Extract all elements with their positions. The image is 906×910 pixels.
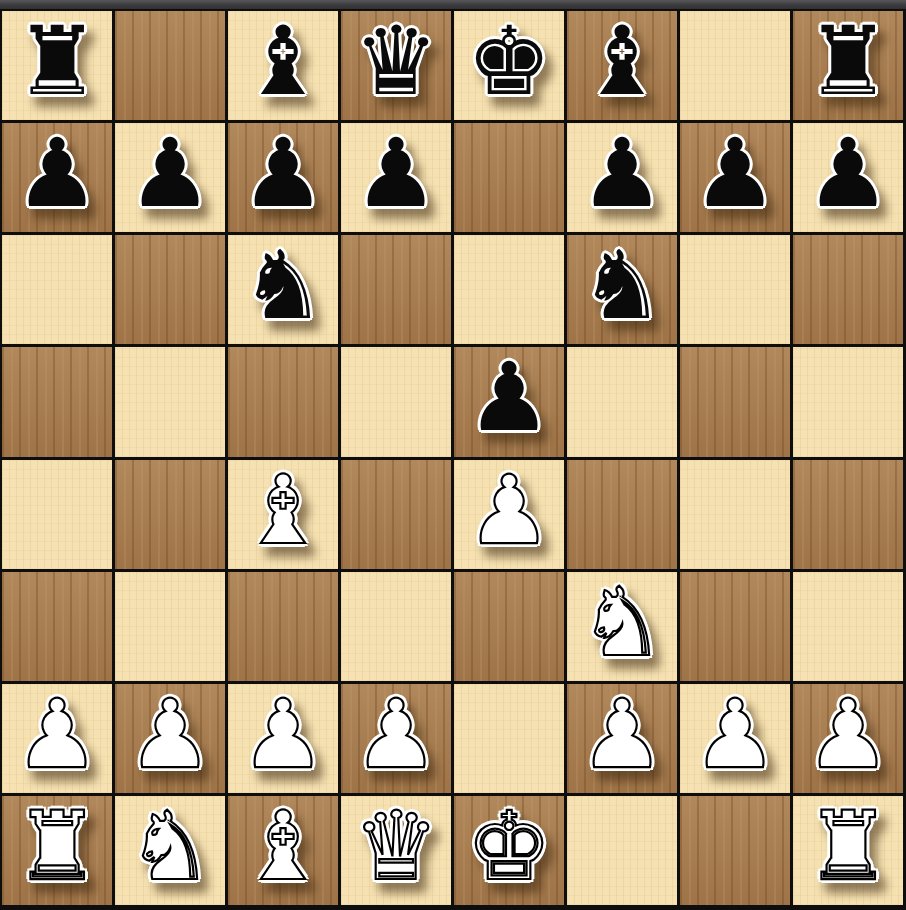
square-a8[interactable]: ♜ [2,11,112,120]
square-d8[interactable]: ♛ [341,11,451,120]
square-e3[interactable] [454,572,564,681]
white-knight[interactable]: ♞ [127,799,212,894]
black-rook[interactable]: ♜ [805,14,890,109]
square-d7[interactable]: ♟ [341,123,451,232]
square-a3[interactable] [2,572,112,681]
black-pawn[interactable]: ♟ [14,126,99,221]
square-e7[interactable] [454,123,564,232]
white-rook[interactable]: ♜ [805,799,890,894]
square-c8[interactable]: ♝ [228,11,338,120]
square-h6[interactable] [793,235,903,344]
square-f8[interactable]: ♝ [567,11,677,120]
square-h8[interactable]: ♜ [793,11,903,120]
square-g1[interactable] [680,796,790,905]
square-f2[interactable]: ♟ [567,684,677,793]
square-c6[interactable]: ♞ [228,235,338,344]
square-h3[interactable] [793,572,903,681]
square-b8[interactable] [115,11,225,120]
square-g8[interactable] [680,11,790,120]
square-a1[interactable]: ♜ [2,796,112,905]
square-e8[interactable]: ♚ [454,11,564,120]
black-knight[interactable]: ♞ [579,238,664,333]
square-h4[interactable] [793,460,903,569]
white-rook[interactable]: ♜ [14,799,99,894]
chess-board: ♜♝♛♚♝♜♟♟♟♟♟♟♟♞♞♟♝♟♞♟♟♟♟♟♟♟♜♞♝♛♚♜ [0,9,906,910]
white-pawn[interactable]: ♟ [466,463,551,558]
black-pawn[interactable]: ♟ [692,126,777,221]
square-e2[interactable] [454,684,564,793]
square-d1[interactable]: ♛ [341,796,451,905]
square-c7[interactable]: ♟ [228,123,338,232]
white-pawn[interactable]: ♟ [805,687,890,782]
square-f4[interactable] [567,460,677,569]
square-b7[interactable]: ♟ [115,123,225,232]
square-f5[interactable] [567,347,677,456]
black-pawn[interactable]: ♟ [127,126,212,221]
square-f6[interactable]: ♞ [567,235,677,344]
white-pawn[interactable]: ♟ [127,687,212,782]
black-pawn[interactable]: ♟ [466,350,551,445]
square-g6[interactable] [680,235,790,344]
window-top-bar [0,0,906,9]
square-e4[interactable]: ♟ [454,460,564,569]
square-g2[interactable]: ♟ [680,684,790,793]
square-a2[interactable]: ♟ [2,684,112,793]
black-pawn[interactable]: ♟ [579,126,664,221]
white-pawn[interactable]: ♟ [579,687,664,782]
black-queen[interactable]: ♛ [353,14,438,109]
square-b4[interactable] [115,460,225,569]
white-bishop[interactable]: ♝ [240,463,325,558]
square-f3[interactable]: ♞ [567,572,677,681]
square-a5[interactable] [2,347,112,456]
white-pawn[interactable]: ♟ [14,687,99,782]
square-d5[interactable] [341,347,451,456]
square-g7[interactable]: ♟ [680,123,790,232]
square-h2[interactable]: ♟ [793,684,903,793]
white-pawn[interactable]: ♟ [240,687,325,782]
square-f7[interactable]: ♟ [567,123,677,232]
square-a7[interactable]: ♟ [2,123,112,232]
square-e1[interactable]: ♚ [454,796,564,905]
square-d3[interactable] [341,572,451,681]
black-knight[interactable]: ♞ [240,238,325,333]
chess-app-window: ♜♝♛♚♝♜♟♟♟♟♟♟♟♞♞♟♝♟♞♟♟♟♟♟♟♟♜♞♝♛♚♜ [0,0,906,910]
square-a6[interactable] [2,235,112,344]
black-pawn[interactable]: ♟ [353,126,438,221]
square-b1[interactable]: ♞ [115,796,225,905]
square-h1[interactable]: ♜ [793,796,903,905]
square-c4[interactable]: ♝ [228,460,338,569]
white-pawn[interactable]: ♟ [353,687,438,782]
white-bishop[interactable]: ♝ [240,799,325,894]
square-b3[interactable] [115,572,225,681]
square-e6[interactable] [454,235,564,344]
square-g5[interactable] [680,347,790,456]
square-d6[interactable] [341,235,451,344]
black-pawn[interactable]: ♟ [805,126,890,221]
black-pawn[interactable]: ♟ [240,126,325,221]
square-c2[interactable]: ♟ [228,684,338,793]
square-d4[interactable] [341,460,451,569]
white-king[interactable]: ♚ [466,799,551,894]
square-f1[interactable] [567,796,677,905]
square-e5[interactable]: ♟ [454,347,564,456]
square-b5[interactable] [115,347,225,456]
black-bishop[interactable]: ♝ [240,14,325,109]
white-pawn[interactable]: ♟ [692,687,777,782]
square-c5[interactable] [228,347,338,456]
square-b2[interactable]: ♟ [115,684,225,793]
square-h5[interactable] [793,347,903,456]
white-queen[interactable]: ♛ [353,799,438,894]
square-c3[interactable] [228,572,338,681]
white-knight[interactable]: ♞ [579,575,664,670]
black-king[interactable]: ♚ [466,14,551,109]
square-h7[interactable]: ♟ [793,123,903,232]
square-b6[interactable] [115,235,225,344]
black-rook[interactable]: ♜ [14,14,99,109]
square-g3[interactable] [680,572,790,681]
square-a4[interactable] [2,460,112,569]
black-bishop[interactable]: ♝ [579,14,664,109]
square-d2[interactable]: ♟ [341,684,451,793]
square-g4[interactable] [680,460,790,569]
square-c1[interactable]: ♝ [228,796,338,905]
